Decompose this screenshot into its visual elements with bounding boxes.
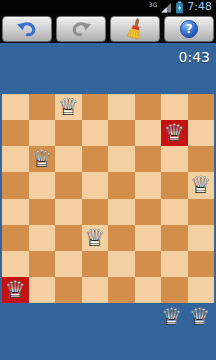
queen-outline-glyph: ♕ [55, 94, 82, 120]
square-r6c6[interactable] [161, 251, 188, 277]
signal-strength-icon [160, 2, 172, 13]
battery-charging-icon [175, 1, 184, 14]
spare-queen-slot: ♛♕ [158, 303, 185, 330]
undo-button[interactable] [2, 16, 52, 42]
queen-outline-glyph: ♕ [188, 172, 215, 198]
square-r5c7[interactable] [188, 225, 215, 251]
square-r4c2[interactable] [55, 199, 82, 225]
queen-outline-glyph: ♕ [82, 225, 109, 251]
toolbar: ? [0, 14, 216, 43]
square-r6c5[interactable] [135, 251, 162, 277]
square-r3c2[interactable] [55, 172, 82, 198]
square-r0c4[interactable] [108, 94, 135, 120]
square-r4c7[interactable] [188, 199, 215, 225]
redo-icon [69, 18, 93, 40]
square-r5c2[interactable] [55, 225, 82, 251]
square-r6c1[interactable] [29, 251, 56, 277]
square-r1c4[interactable] [108, 120, 135, 146]
square-r7c0[interactable]: ♛♕ [2, 277, 29, 303]
white-queen[interactable]: ♛♕ [186, 303, 213, 330]
square-r7c5[interactable] [135, 277, 162, 303]
square-r3c3[interactable] [82, 172, 109, 198]
help-icon: ? [179, 19, 199, 39]
square-r0c1[interactable] [29, 94, 56, 120]
spare-queen-slot: ♛♕ [186, 303, 213, 330]
help-button[interactable]: ? [164, 16, 214, 42]
square-r6c2[interactable] [55, 251, 82, 277]
square-r2c0[interactable] [2, 146, 29, 172]
square-r2c6[interactable] [161, 146, 188, 172]
square-r1c7[interactable] [188, 120, 215, 146]
square-r3c4[interactable] [108, 172, 135, 198]
elapsed-timer: 0:43 [179, 49, 210, 65]
square-r4c3[interactable] [82, 199, 109, 225]
square-r1c0[interactable] [2, 120, 29, 146]
square-r7c4[interactable] [108, 277, 135, 303]
status-clock: 7:48 [187, 0, 212, 14]
board: ♛♕♛♕♛♕♛♕♛♕♛♕ [2, 94, 214, 303]
spare-queens-tray: ♛♕♛♕ [158, 303, 213, 330]
clear-board-button[interactable] [110, 16, 160, 42]
square-r1c5[interactable] [135, 120, 162, 146]
square-r2c3[interactable] [82, 146, 109, 172]
square-r3c7[interactable]: ♛♕ [188, 172, 215, 198]
queen-outline-glyph: ♕ [158, 303, 185, 330]
white-queen[interactable]: ♛♕ [188, 172, 215, 198]
square-r6c3[interactable] [82, 251, 109, 277]
queen-outline-glyph: ♕ [29, 146, 56, 172]
queen-outline-glyph: ♕ [161, 120, 188, 146]
help-question-glyph: ? [185, 22, 192, 36]
square-r3c1[interactable] [29, 172, 56, 198]
square-r2c1[interactable]: ♛♕ [29, 146, 56, 172]
white-queen[interactable]: ♛♕ [2, 277, 29, 303]
square-r3c6[interactable] [161, 172, 188, 198]
square-r0c0[interactable] [2, 94, 29, 120]
redo-button[interactable] [56, 16, 106, 42]
square-r0c2[interactable]: ♛♕ [55, 94, 82, 120]
square-r5c4[interactable] [108, 225, 135, 251]
square-r5c3[interactable]: ♛♕ [82, 225, 109, 251]
white-queen[interactable]: ♛♕ [29, 146, 56, 172]
square-r2c4[interactable] [108, 146, 135, 172]
status-bar: 3G 7:48 [0, 0, 216, 14]
square-r1c6[interactable]: ♛♕ [161, 120, 188, 146]
square-r7c6[interactable] [161, 277, 188, 303]
white-queen[interactable]: ♛♕ [161, 120, 188, 146]
queen-outline-glyph: ♕ [186, 303, 213, 330]
white-queen[interactable]: ♛♕ [158, 303, 185, 330]
square-r0c6[interactable] [161, 94, 188, 120]
square-r7c1[interactable] [29, 277, 56, 303]
broom-icon [124, 18, 146, 40]
square-r4c6[interactable] [161, 199, 188, 225]
square-r6c4[interactable] [108, 251, 135, 277]
square-r4c1[interactable] [29, 199, 56, 225]
queen-outline-glyph: ♕ [2, 277, 29, 303]
square-r2c2[interactable] [55, 146, 82, 172]
square-r7c2[interactable] [55, 277, 82, 303]
square-r6c7[interactable] [188, 251, 215, 277]
timer-row: 0:43 [0, 43, 216, 65]
square-r7c7[interactable] [188, 277, 215, 303]
square-r1c3[interactable] [82, 120, 109, 146]
white-queen[interactable]: ♛♕ [55, 94, 82, 120]
square-r3c5[interactable] [135, 172, 162, 198]
square-r2c7[interactable] [188, 146, 215, 172]
square-r0c7[interactable] [188, 94, 215, 120]
square-r7c3[interactable] [82, 277, 109, 303]
square-r1c2[interactable] [55, 120, 82, 146]
network-type-label: 3G [149, 1, 157, 8]
square-r5c6[interactable] [161, 225, 188, 251]
square-r2c5[interactable] [135, 146, 162, 172]
square-r4c5[interactable] [135, 199, 162, 225]
white-queen[interactable]: ♛♕ [82, 225, 109, 251]
square-r3c0[interactable] [2, 172, 29, 198]
square-r0c3[interactable] [82, 94, 109, 120]
square-r5c0[interactable] [2, 225, 29, 251]
square-r5c5[interactable] [135, 225, 162, 251]
square-r4c0[interactable] [2, 199, 29, 225]
square-r0c5[interactable] [135, 94, 162, 120]
square-r5c1[interactable] [29, 225, 56, 251]
square-r1c1[interactable] [29, 120, 56, 146]
square-r4c4[interactable] [108, 199, 135, 225]
undo-icon [15, 18, 39, 40]
square-r6c0[interactable] [2, 251, 29, 277]
